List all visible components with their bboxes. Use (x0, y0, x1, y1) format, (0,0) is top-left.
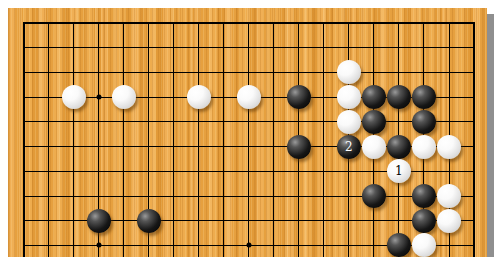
grid-line-vertical (473, 22, 475, 257)
stone-white[interactable] (437, 209, 461, 233)
stone-white[interactable] (337, 85, 361, 109)
star-point (96, 95, 101, 100)
stone-black[interactable] (137, 209, 161, 233)
stone-white[interactable] (62, 85, 86, 109)
stone-black[interactable] (362, 110, 386, 134)
stone-white[interactable] (112, 85, 136, 109)
grid-line-vertical (223, 22, 224, 257)
stone-black[interactable] (412, 184, 436, 208)
stone-black[interactable] (387, 135, 411, 159)
grid-line-horizontal (23, 121, 476, 122)
stone-white[interactable] (187, 85, 211, 109)
stone-white[interactable] (412, 135, 436, 159)
star-point (246, 243, 251, 248)
stone-black[interactable] (412, 110, 436, 134)
grid-line-vertical (248, 22, 249, 257)
stone-black[interactable] (362, 85, 386, 109)
stone-black[interactable]: 2 (337, 135, 361, 159)
stone-white[interactable] (337, 60, 361, 84)
stone-black[interactable] (412, 85, 436, 109)
star-point (96, 243, 101, 248)
grid-line-horizontal (23, 22, 476, 24)
stone-white[interactable] (412, 233, 436, 257)
go-board-diagram: 21 (0, 0, 500, 257)
move-number-label: 2 (345, 141, 353, 153)
grid-line-vertical (323, 22, 324, 257)
stone-white[interactable] (362, 135, 386, 159)
stone-white[interactable] (437, 184, 461, 208)
stone-black[interactable] (87, 209, 111, 233)
move-number-label: 1 (395, 165, 403, 177)
grid-line-vertical (198, 22, 199, 257)
grid-line-vertical (123, 22, 124, 257)
stone-black[interactable] (387, 85, 411, 109)
stone-white[interactable] (337, 110, 361, 134)
stone-black[interactable] (362, 184, 386, 208)
grid-line-horizontal (23, 196, 476, 197)
grid-line-vertical (273, 22, 274, 257)
grid-line-horizontal (23, 72, 476, 73)
stone-white[interactable] (237, 85, 261, 109)
stone-black[interactable] (387, 233, 411, 257)
stone-black[interactable] (412, 209, 436, 233)
grid-line-vertical (173, 22, 174, 257)
grid-line-vertical (73, 22, 74, 257)
grid-line-horizontal (23, 47, 476, 48)
stone-white[interactable]: 1 (387, 159, 411, 183)
grid-line-vertical (23, 22, 25, 257)
stone-white[interactable] (437, 135, 461, 159)
board-surface[interactable]: 21 (8, 8, 487, 257)
stone-black[interactable] (287, 135, 311, 159)
grid-line-vertical (48, 22, 49, 257)
stone-black[interactable] (287, 85, 311, 109)
